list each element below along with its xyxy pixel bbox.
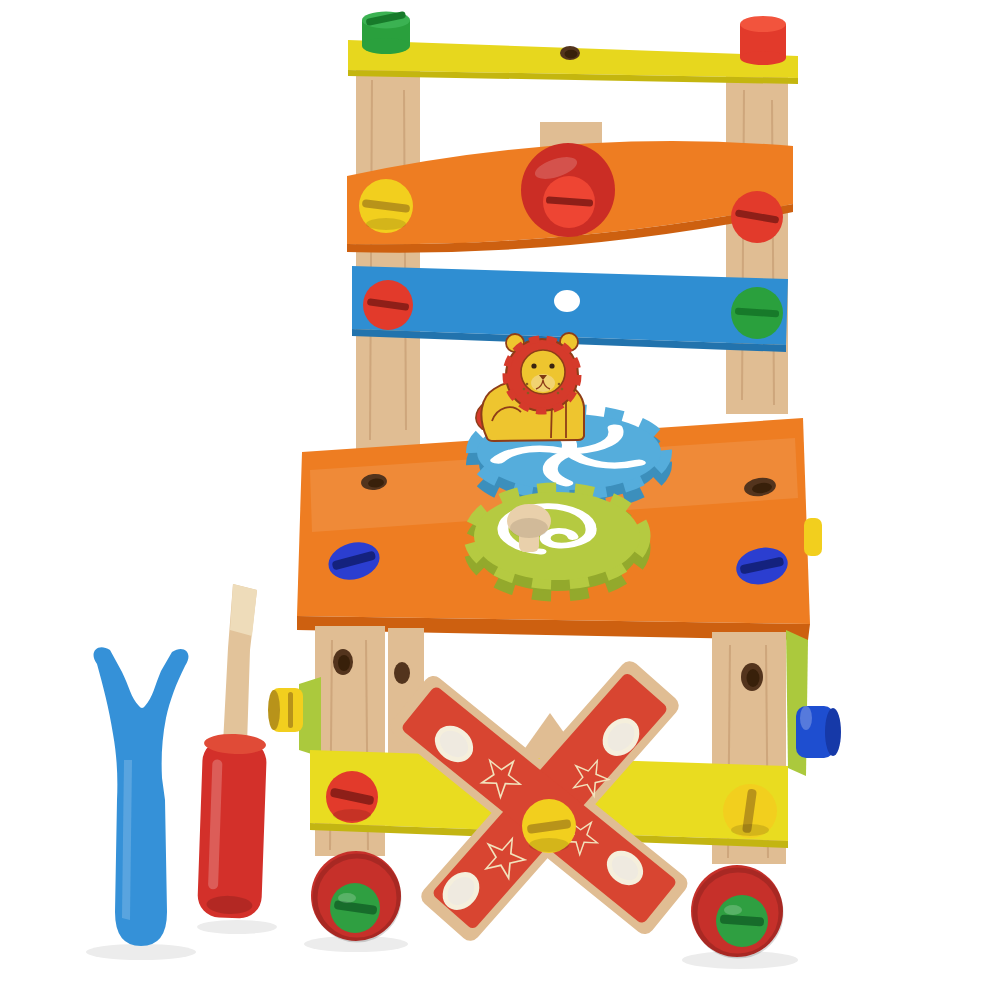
green-cap-base bbox=[362, 38, 410, 54]
screw-shade bbox=[333, 809, 371, 821]
left-yellow-side-bolt bbox=[268, 688, 303, 732]
right-leg-hole-inner bbox=[747, 669, 760, 687]
shadow-wrench bbox=[86, 944, 196, 960]
bolt-shade bbox=[366, 218, 406, 230]
knob-cap bbox=[825, 708, 841, 756]
knob-highlight bbox=[800, 706, 812, 730]
yellow-bolt-orange-bar bbox=[359, 179, 413, 233]
red-bolt-orange-bar bbox=[731, 191, 783, 243]
yellow-screw-rail bbox=[723, 784, 777, 838]
lion-eye-right bbox=[549, 363, 554, 368]
left-wheel bbox=[311, 851, 401, 941]
seat-side-bolt bbox=[804, 518, 822, 556]
handle-body bbox=[197, 739, 267, 919]
green-bolt-blue-bar bbox=[731, 287, 783, 339]
big-red-hub bbox=[521, 143, 615, 237]
screw-shade bbox=[731, 824, 769, 836]
lion-eye-left bbox=[531, 363, 536, 368]
left-leg-hole-inner bbox=[338, 655, 350, 671]
peg-shade bbox=[510, 518, 548, 538]
center-yellow-screw bbox=[522, 799, 576, 853]
top-crossbar-hole-inner bbox=[565, 50, 578, 58]
right-post bbox=[726, 74, 788, 414]
photo-canvas: ☆ ☆ ☆ ☆ bbox=[0, 0, 990, 990]
hub-highlight bbox=[724, 905, 742, 915]
red-cap-top bbox=[740, 16, 786, 32]
red-cap-base bbox=[740, 51, 786, 65]
red-cap-bolt bbox=[740, 16, 786, 65]
screwdriver-tip-facet bbox=[230, 584, 257, 636]
wrench bbox=[94, 647, 189, 946]
wrench-body bbox=[94, 647, 189, 946]
hub-highlight bbox=[338, 893, 356, 903]
screwdriver-handle bbox=[197, 733, 267, 919]
screw-shade bbox=[529, 838, 569, 852]
bolt-cap bbox=[268, 690, 280, 730]
red-screw-rail bbox=[326, 771, 378, 823]
shadow-screwdriver bbox=[197, 920, 277, 934]
blue-bar-hole bbox=[554, 290, 580, 312]
right-wheel bbox=[691, 865, 783, 957]
lion-figurine bbox=[476, 333, 584, 441]
green-cap-bolt bbox=[362, 11, 410, 54]
ground-shadows bbox=[86, 920, 798, 969]
red-bolt-blue-bar bbox=[363, 280, 413, 330]
bolt-slot bbox=[288, 692, 293, 728]
screwdriver bbox=[197, 584, 267, 919]
left-post bbox=[356, 66, 420, 458]
right-blue-knob bbox=[796, 706, 841, 758]
back-leg-hole bbox=[394, 662, 410, 684]
